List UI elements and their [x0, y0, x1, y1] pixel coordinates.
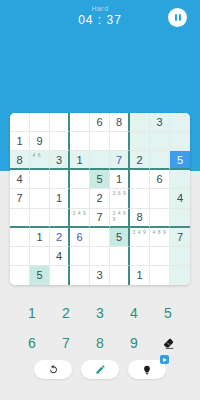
- cell-r6c2[interactable]: [30, 209, 50, 228]
- cell-digit: 1: [116, 173, 122, 185]
- pencil-mark: 4: [33, 153, 36, 158]
- pencil-mark: 4: [78, 211, 81, 216]
- cell-r7c4[interactable]: 6: [70, 228, 90, 247]
- cell-r2c1[interactable]: 1: [10, 132, 30, 151]
- cell-r4c4[interactable]: [70, 170, 90, 189]
- cell-digit: 7: [96, 211, 102, 223]
- cell-r8c5[interactable]: [90, 247, 110, 266]
- cell-r5c1[interactable]: 7: [10, 189, 30, 208]
- cell-digit: 8: [116, 116, 122, 128]
- cell-r3c5[interactable]: [90, 151, 110, 170]
- pencil-mark: 3: [113, 211, 116, 216]
- cell-digit: 8: [136, 211, 142, 223]
- cell-r4c9[interactable]: [170, 170, 190, 189]
- sudoku-board: 6831984631725451671236943497346981265349…: [10, 113, 190, 285]
- eraser-button[interactable]: [156, 331, 180, 355]
- number-pad: 123456789: [20, 301, 180, 361]
- cell-r4c8[interactable]: 6: [150, 170, 170, 189]
- cell-r1c2[interactable]: [30, 113, 50, 132]
- cell-r8c9[interactable]: [170, 247, 190, 266]
- cell-r7c3[interactable]: 2: [50, 228, 70, 247]
- cell-r3c4[interactable]: 1: [70, 151, 90, 170]
- cell-r8c2[interactable]: [30, 247, 50, 266]
- cell-r9c8[interactable]: [150, 266, 170, 285]
- cell-r8c4[interactable]: [70, 247, 90, 266]
- cell-digit: 6: [96, 116, 102, 128]
- cell-digit: 6: [156, 173, 162, 185]
- cell-r8c1[interactable]: [10, 247, 30, 266]
- cell-r8c6[interactable]: [110, 247, 130, 266]
- cell-r4c6[interactable]: 1: [110, 170, 130, 189]
- cell-r6c9[interactable]: [170, 209, 190, 228]
- cell-digit: 6: [76, 231, 82, 243]
- pencil-mark: 3: [113, 191, 116, 196]
- eraser-icon: [162, 337, 175, 350]
- pencil-mark: 6: [123, 211, 126, 216]
- cell-digit: 2: [56, 231, 62, 243]
- cell-digit: 3: [56, 154, 62, 166]
- cell-r4c5[interactable]: 5: [90, 170, 110, 189]
- cell-r6c6[interactable]: 3469: [110, 209, 130, 228]
- cell-r7c7[interactable]: 349: [130, 228, 150, 247]
- cell-r2c8[interactable]: [150, 132, 170, 151]
- cell-r5c6[interactable]: 369: [110, 189, 130, 208]
- cell-r2c4[interactable]: [70, 132, 90, 151]
- cell-r8c8[interactable]: [150, 247, 170, 266]
- numpad-5[interactable]: 5: [156, 301, 180, 325]
- pencil-mark: 9: [163, 230, 166, 235]
- ad-play-badge: [160, 355, 169, 364]
- cell-r5c5[interactable]: 2: [90, 189, 110, 208]
- numpad-3[interactable]: 3: [88, 301, 112, 325]
- cell-r3c2[interactable]: 46: [30, 151, 50, 170]
- cell-digit: 1: [16, 135, 22, 147]
- cell-digit: 2: [96, 192, 102, 204]
- cell-r1c4[interactable]: [70, 113, 90, 132]
- cell-r7c2[interactable]: 1: [30, 228, 50, 247]
- cell-r9c1[interactable]: [10, 266, 30, 285]
- pencil-mark: 6: [38, 153, 41, 158]
- cell-r8c3[interactable]: 4: [50, 247, 70, 266]
- pencil-mark: 9: [123, 191, 126, 196]
- pencil-marks: 349: [70, 209, 89, 226]
- cell-r3c6[interactable]: 7: [110, 151, 130, 170]
- cell-r3c3[interactable]: 3: [50, 151, 70, 170]
- cell-r5c3[interactable]: 1: [50, 189, 70, 208]
- cell-r1c5[interactable]: 6: [90, 113, 110, 132]
- pencil-button[interactable]: [81, 360, 119, 379]
- cell-digit: 5: [36, 269, 42, 281]
- cell-r7c5[interactable]: [90, 228, 110, 247]
- pencil-mark: 3: [73, 211, 76, 216]
- cell-digit: 5: [177, 154, 183, 166]
- cell-r6c5[interactable]: 7: [90, 209, 110, 228]
- cell-r4c1[interactable]: 4: [10, 170, 30, 189]
- cell-digit: 3: [156, 116, 162, 128]
- cell-digit: 4: [56, 250, 62, 262]
- pencil-mark: 9: [143, 230, 146, 235]
- cell-r7c6[interactable]: 5: [110, 228, 130, 247]
- cell-r1c7[interactable]: [130, 113, 150, 132]
- cell-digit: 9: [36, 135, 42, 147]
- cell-digit: 3: [96, 269, 102, 281]
- pencil-marks: 46: [30, 151, 49, 168]
- undo-icon: [48, 364, 59, 375]
- cell-r9c4[interactable]: [70, 266, 90, 285]
- cell-r2c9[interactable]: [170, 132, 190, 151]
- cell-r5c7[interactable]: [130, 189, 150, 208]
- lightbulb-icon: [142, 365, 152, 375]
- pause-icon: [175, 14, 181, 21]
- cell-r4c7[interactable]: [130, 170, 150, 189]
- cell-digit: 4: [177, 192, 183, 204]
- cell-r5c4[interactable]: [70, 189, 90, 208]
- pencil-marks: 349: [130, 228, 149, 246]
- numpad-7[interactable]: 7: [54, 331, 78, 355]
- cell-r7c8[interactable]: 489: [150, 228, 170, 247]
- cell-r6c1[interactable]: [10, 209, 30, 228]
- cell-r3c7[interactable]: 2: [130, 151, 150, 170]
- hint-button[interactable]: [128, 360, 166, 379]
- cell-r1c9[interactable]: [170, 113, 190, 132]
- cell-digit: 1: [36, 231, 42, 243]
- cell-r2c2[interactable]: 9: [30, 132, 50, 151]
- numpad-2[interactable]: 2: [54, 301, 78, 325]
- cell-digit: 1: [56, 192, 62, 204]
- numpad-6[interactable]: 6: [20, 331, 44, 355]
- cell-digit: 7: [16, 192, 22, 204]
- cell-r2c7[interactable]: [130, 132, 150, 151]
- pencil-icon: [95, 364, 106, 375]
- cell-digit: 4: [16, 173, 22, 185]
- cell-r8c7[interactable]: [130, 247, 150, 266]
- cell-r9c3[interactable]: [50, 266, 70, 285]
- cell-digit: 7: [116, 154, 122, 166]
- pencil-mark: 4: [153, 230, 156, 235]
- pencil-mark: 9: [83, 211, 86, 216]
- cell-digit: 5: [96, 173, 102, 185]
- cell-r9c6[interactable]: [110, 266, 130, 285]
- pencil-marks: 369: [110, 189, 128, 207]
- cell-r6c3[interactable]: [50, 209, 70, 228]
- pencil-mark: 4: [138, 230, 141, 235]
- cell-r5c8[interactable]: [150, 189, 170, 208]
- numpad-9[interactable]: 9: [122, 331, 146, 355]
- cell-r5c2[interactable]: [30, 189, 50, 208]
- pencil-mark: 4: [118, 211, 121, 216]
- pencil-mark: 9: [113, 217, 116, 222]
- cell-r2c3[interactable]: [50, 132, 70, 151]
- cell-r6c8[interactable]: [150, 209, 170, 228]
- cell-digit: 7: [177, 231, 183, 243]
- cell-r1c6[interactable]: 8: [110, 113, 130, 132]
- cell-r6c4[interactable]: 349: [70, 209, 90, 228]
- pause-button[interactable]: [168, 8, 187, 27]
- cell-r5c9[interactable]: 4: [170, 189, 190, 208]
- pencil-marks: 489: [150, 228, 169, 246]
- cell-r1c8[interactable]: 3: [150, 113, 170, 132]
- cell-r2c5[interactable]: [90, 132, 110, 151]
- cell-r6c7[interactable]: 8: [130, 209, 150, 228]
- pencil-mark: 8: [158, 230, 161, 235]
- numpad-4[interactable]: 4: [122, 301, 146, 325]
- numpad-8[interactable]: 8: [88, 331, 112, 355]
- cell-r3c1[interactable]: 8: [10, 151, 30, 170]
- pencil-mark: 3: [133, 230, 136, 235]
- pencil-mark: 6: [118, 191, 121, 196]
- cell-digit: 2: [136, 154, 142, 166]
- cell-r4c3[interactable]: [50, 170, 70, 189]
- cell-r3c9[interactable]: 5: [170, 151, 190, 170]
- pencil-marks: 3469: [110, 209, 128, 226]
- cell-r7c1[interactable]: [10, 228, 30, 247]
- numpad-row: 6789: [20, 331, 180, 355]
- cell-r3c8[interactable]: [150, 151, 170, 170]
- undo-button[interactable]: [34, 360, 72, 379]
- cell-digit: 1: [136, 269, 142, 281]
- cell-r9c2[interactable]: 5: [30, 266, 50, 285]
- cell-r9c9[interactable]: [170, 266, 190, 285]
- cell-r7c9[interactable]: 7: [170, 228, 190, 247]
- cell-digit: 1: [76, 154, 82, 166]
- cell-r2c6[interactable]: [110, 132, 130, 151]
- numpad-1[interactable]: 1: [20, 301, 44, 325]
- control-bar: [0, 360, 200, 379]
- cell-r1c3[interactable]: [50, 113, 70, 132]
- cell-r1c1[interactable]: [10, 113, 30, 132]
- cell-r9c5[interactable]: 3: [90, 266, 110, 285]
- cell-digit: 5: [116, 231, 122, 243]
- cell-r4c2[interactable]: [30, 170, 50, 189]
- cell-r9c7[interactable]: 1: [130, 266, 150, 285]
- cell-digit: 8: [16, 154, 22, 166]
- numpad-row: 12345: [20, 301, 180, 325]
